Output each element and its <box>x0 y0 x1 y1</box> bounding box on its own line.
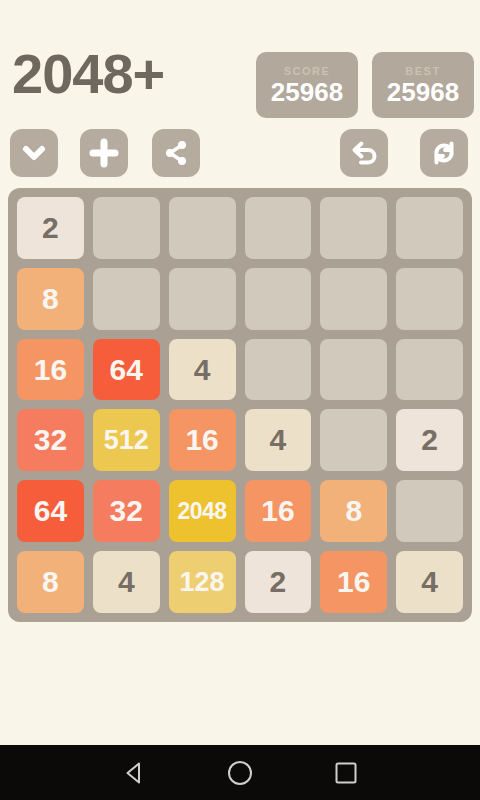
cell-empty-r3c4 <box>245 339 312 401</box>
add-button[interactable] <box>80 129 128 177</box>
cell-empty-r2c4 <box>245 268 312 330</box>
score-box: SCORE 25968 <box>256 52 358 118</box>
best-label: BEST <box>405 65 440 77</box>
tile-4: 4 <box>245 409 312 471</box>
tile-2: 2 <box>396 409 463 471</box>
tile-512: 512 <box>93 409 160 471</box>
best-box: BEST 25968 <box>372 52 474 118</box>
cell-empty-r1c4 <box>245 197 312 259</box>
tile-16: 16 <box>169 409 236 471</box>
cell-empty-r1c6 <box>396 197 463 259</box>
tile-4: 4 <box>396 551 463 613</box>
board[interactable]: 281664432512164264322048168841282164 <box>8 188 472 622</box>
undo-icon <box>348 137 380 169</box>
tile-64: 64 <box>93 339 160 401</box>
undo-button[interactable] <box>340 129 388 177</box>
tile-128: 128 <box>169 551 236 613</box>
back-triangle-icon <box>120 759 148 787</box>
cell-empty-r4c5 <box>320 409 387 471</box>
cell-empty-r1c2 <box>93 197 160 259</box>
plus-icon <box>89 138 119 168</box>
chevron-down-icon <box>19 138 49 168</box>
tile-8: 8 <box>17 551 84 613</box>
cell-empty-r1c3 <box>169 197 236 259</box>
tile-32: 32 <box>93 480 160 542</box>
app-screen: 2048+ SCORE 25968 BEST 25968 <box>0 0 480 800</box>
score-value: 25968 <box>271 79 343 105</box>
recents-square-icon <box>332 759 360 787</box>
cell-empty-r2c3 <box>169 268 236 330</box>
home-button[interactable] <box>226 759 254 787</box>
tile-16: 16 <box>17 339 84 401</box>
cell-empty-r3c6 <box>396 339 463 401</box>
tile-8: 8 <box>320 480 387 542</box>
cell-empty-r3c5 <box>320 339 387 401</box>
recents-button[interactable] <box>332 759 360 787</box>
tile-2048: 2048 <box>169 480 236 542</box>
share-icon <box>161 138 191 168</box>
cell-empty-r5c6 <box>396 480 463 542</box>
tile-2: 2 <box>245 551 312 613</box>
android-nav-bar <box>0 745 480 800</box>
tile-8: 8 <box>17 268 84 330</box>
tile-16: 16 <box>320 551 387 613</box>
cell-empty-r2c6 <box>396 268 463 330</box>
home-circle-icon <box>226 759 254 787</box>
tile-4: 4 <box>93 551 160 613</box>
cell-empty-r1c5 <box>320 197 387 259</box>
tile-64: 64 <box>17 480 84 542</box>
back-button[interactable] <box>120 759 148 787</box>
score-label: SCORE <box>284 65 331 77</box>
tile-16: 16 <box>245 480 312 542</box>
restart-button[interactable] <box>420 129 468 177</box>
collapse-button[interactable] <box>10 129 58 177</box>
share-button[interactable] <box>152 129 200 177</box>
refresh-icon <box>428 137 460 169</box>
page-title: 2048+ <box>12 46 164 102</box>
cell-empty-r2c2 <box>93 268 160 330</box>
tile-4: 4 <box>169 339 236 401</box>
cell-empty-r2c5 <box>320 268 387 330</box>
best-value: 25968 <box>387 79 459 105</box>
tile-32: 32 <box>17 409 84 471</box>
tile-2: 2 <box>17 197 84 259</box>
